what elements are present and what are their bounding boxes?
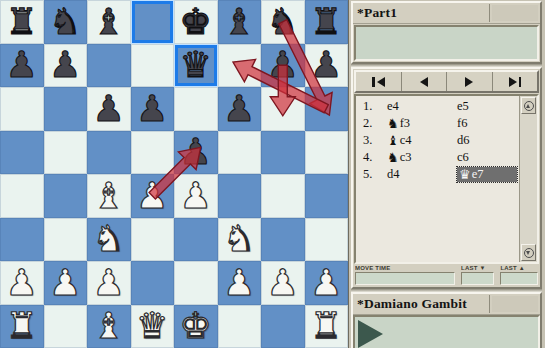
black-pawn[interactable]: ♟ <box>180 134 212 170</box>
square-e5[interactable]: ♟ <box>174 131 218 175</box>
white-pawn[interactable]: ♟ <box>6 265 38 301</box>
black-move-selected[interactable]: ♛e7 <box>457 167 517 182</box>
square-d3[interactable] <box>131 218 175 262</box>
square-d6[interactable]: ♟ <box>131 87 175 131</box>
square-b4[interactable] <box>44 174 88 218</box>
black-queen[interactable]: ♛ <box>180 47 212 83</box>
square-a1[interactable]: ♜ <box>0 305 44 348</box>
move-number: 1. <box>356 99 387 114</box>
square-f3[interactable]: ♞ <box>218 218 262 262</box>
square-e3[interactable] <box>174 218 218 262</box>
black-pawn[interactable]: ♟ <box>223 91 255 127</box>
square-c7[interactable] <box>87 44 131 88</box>
prev-move-button[interactable] <box>402 72 448 91</box>
square-b5[interactable] <box>44 131 88 175</box>
black-move[interactable]: d6 <box>457 133 518 148</box>
square-e4[interactable]: ♟ <box>174 174 218 218</box>
white-move[interactable]: e4 <box>387 99 457 114</box>
opening-group: *Damiano Gambit <box>351 292 542 348</box>
square-b2[interactable]: ♟ <box>44 261 88 305</box>
square-b6[interactable] <box>44 87 88 131</box>
move-time-value[interactable] <box>355 272 455 285</box>
square-a8[interactable]: ♜ <box>0 0 44 44</box>
move-number: 3. <box>356 133 387 148</box>
white-knight[interactable]: ♞ <box>223 221 255 257</box>
square-e1[interactable]: ♚ <box>174 305 218 348</box>
black-rook[interactable]: ♜ <box>6 4 38 40</box>
square-c4[interactable]: ♝ <box>87 174 131 218</box>
scroll-up-icon <box>524 101 534 111</box>
square-a3[interactable] <box>0 218 44 262</box>
black-pawn[interactable]: ♟ <box>6 47 38 83</box>
square-g8[interactable]: ♞ <box>261 0 305 44</box>
move-row-5: 5.d4♛e7 <box>356 166 519 183</box>
square-g5[interactable] <box>261 131 305 175</box>
square-c6[interactable]: ♟ <box>87 87 131 131</box>
white-move[interactable]: ♝c4 <box>387 133 457 148</box>
move-time-field: MOVE TIME <box>355 265 455 285</box>
square-e2[interactable] <box>174 261 218 305</box>
white-pawn[interactable]: ♟ <box>93 265 125 301</box>
scroll-up-button[interactable] <box>521 97 536 114</box>
white-pawn[interactable]: ♟ <box>223 265 255 301</box>
black-knight[interactable]: ♞ <box>267 4 299 40</box>
black-knight[interactable]: ♞ <box>49 4 81 40</box>
square-h7[interactable]: ♟ <box>305 44 349 88</box>
square-f7[interactable] <box>218 44 262 88</box>
square-c3[interactable]: ♞ <box>87 218 131 262</box>
black-bishop[interactable]: ♝ <box>93 4 125 40</box>
square-g2[interactable]: ♟ <box>261 261 305 305</box>
square-f6[interactable]: ♟ <box>218 87 262 131</box>
square-d5[interactable] <box>131 131 175 175</box>
black-move[interactable]: f6 <box>457 116 518 131</box>
last-move-button[interactable] <box>493 72 538 91</box>
square-a4[interactable] <box>0 174 44 218</box>
last-black-field: LAST ▲ <box>500 265 538 285</box>
move-row-3: 3.♝c4d6 <box>356 132 519 149</box>
last-white-label: LAST ▼ <box>461 265 494 272</box>
square-a7[interactable]: ♟ <box>0 44 44 88</box>
square-b8[interactable]: ♞ <box>44 0 88 44</box>
square-h8[interactable]: ♜ <box>305 0 349 44</box>
square-f5[interactable] <box>218 131 262 175</box>
white-pawn[interactable]: ♟ <box>310 265 342 301</box>
square-g7[interactable]: ♟ <box>261 44 305 88</box>
square-c5[interactable] <box>87 131 131 175</box>
first-move-button[interactable] <box>356 72 402 91</box>
black-pawn[interactable]: ♟ <box>93 91 125 127</box>
move-row-1: 1.e4e5 <box>356 98 519 115</box>
move-number: 4. <box>356 150 387 165</box>
side-panel: *Part1 1.e4e52.♞f3f63.♝c4d64.♞c3c65.d4♛e… <box>348 0 545 348</box>
move-list: 1.e4e52.♞f3f63.♝c4d64.♞c3c65.d4♛e7 <box>354 94 539 264</box>
square-b1[interactable] <box>44 305 88 348</box>
white-bishop[interactable]: ♝ <box>93 178 125 214</box>
play-icon[interactable] <box>358 320 383 348</box>
black-rook[interactable]: ♜ <box>310 4 342 40</box>
part-notes-area[interactable] <box>354 25 539 61</box>
square-h3[interactable] <box>305 218 349 262</box>
white-knight[interactable]: ♞ <box>93 221 125 257</box>
move-rows: 1.e4e52.♞f3f63.♝c4d64.♞c3c65.d4♛e7 <box>356 96 519 262</box>
last-white-value[interactable] <box>461 272 494 285</box>
square-c2[interactable]: ♟ <box>87 261 131 305</box>
square-h4[interactable] <box>305 174 349 218</box>
move-list-scrollbar[interactable] <box>519 96 537 262</box>
square-g4[interactable] <box>261 174 305 218</box>
status-fields: MOVE TIME LAST ▼ LAST ▲ <box>355 265 538 285</box>
white-pawn[interactable]: ♟ <box>49 265 81 301</box>
opening-content-area[interactable] <box>353 315 540 348</box>
square-e6[interactable] <box>174 87 218 131</box>
white-move[interactable]: d4 <box>387 167 457 182</box>
black-pawn[interactable]: ♟ <box>136 91 168 127</box>
square-e7[interactable]: ♛ <box>174 44 218 88</box>
square-d1[interactable]: ♛ <box>131 305 175 348</box>
opening-titlebar-button[interactable] <box>492 296 538 312</box>
square-a2[interactable]: ♟ <box>0 261 44 305</box>
titlebar-divider <box>489 295 490 313</box>
move-row-2: 2.♞f3f6 <box>356 115 519 132</box>
white-bishop[interactable]: ♝ <box>93 308 125 344</box>
square-h1[interactable]: ♜ <box>305 305 349 348</box>
square-c8[interactable]: ♝ <box>87 0 131 44</box>
move-number: 2. <box>356 116 387 131</box>
square-d4[interactable]: ♟ <box>131 174 175 218</box>
move-time-label: MOVE TIME <box>355 265 455 272</box>
white-move[interactable]: ♞f3 <box>387 116 457 131</box>
square-d2[interactable] <box>131 261 175 305</box>
black-bishop[interactable]: ♝ <box>223 4 255 40</box>
part-title: *Part1 <box>353 5 397 21</box>
scrollbar-track[interactable] <box>520 115 537 243</box>
square-f8[interactable]: ♝ <box>218 0 262 44</box>
square-g3[interactable] <box>261 218 305 262</box>
next-move-button[interactable] <box>447 72 493 91</box>
black-king[interactable]: ♚ <box>180 4 212 40</box>
square-e8[interactable]: ♚ <box>174 0 218 44</box>
chess-app-window: ♜♞♝♚♝♞♜♟♟♛♟♟♟♟♟♟♝♟♟♞♞♟♟♟♟♟♟♜♝♛♚♜ *Part1 … <box>0 0 545 348</box>
square-h6[interactable] <box>305 87 349 131</box>
square-f4[interactable] <box>218 174 262 218</box>
square-d8[interactable] <box>131 0 175 44</box>
last-black-value[interactable] <box>500 272 538 285</box>
part-titlebar: *Part1 <box>353 3 540 24</box>
part-titlebar-button[interactable] <box>492 5 538 21</box>
square-a5[interactable] <box>0 131 44 175</box>
square-a6[interactable] <box>0 87 44 131</box>
white-move[interactable]: ♞c3 <box>387 150 457 165</box>
black-pawn[interactable]: ♟ <box>267 47 299 83</box>
black-pawn[interactable]: ♟ <box>49 47 81 83</box>
scroll-down-icon <box>524 248 534 258</box>
square-h2[interactable]: ♟ <box>305 261 349 305</box>
opening-titlebar: *Damiano Gambit <box>353 294 540 315</box>
square-g1[interactable] <box>261 305 305 348</box>
square-h5[interactable] <box>305 131 349 175</box>
white-pawn[interactable]: ♟ <box>136 178 168 214</box>
square-d7[interactable] <box>131 44 175 88</box>
white-pawn[interactable]: ♟ <box>267 265 299 301</box>
white-queen[interactable]: ♛ <box>136 308 168 344</box>
white-pawn[interactable]: ♟ <box>180 178 212 214</box>
part-group: *Part1 <box>351 1 542 64</box>
square-c1[interactable]: ♝ <box>87 305 131 348</box>
square-g6[interactable] <box>261 87 305 131</box>
last-white-field: LAST ▼ <box>461 265 494 285</box>
move-row-4: 4.♞c3c6 <box>356 149 519 166</box>
move-nav-bar <box>354 70 539 93</box>
scroll-down-button[interactable] <box>521 244 536 261</box>
opening-title: *Damiano Gambit <box>353 296 467 312</box>
last-black-label: LAST ▲ <box>500 265 538 272</box>
square-b7[interactable]: ♟ <box>44 44 88 88</box>
titlebar-divider <box>489 4 490 22</box>
white-rook[interactable]: ♜ <box>6 308 38 344</box>
black-pawn[interactable]: ♟ <box>310 47 342 83</box>
move-number: 5. <box>356 167 387 182</box>
moves-group: 1.e4e52.♞f3f63.♝c4d64.♞c3c65.d4♛e7 MOVE … <box>351 67 542 289</box>
white-king[interactable]: ♚ <box>180 308 212 344</box>
chess-board[interactable]: ♜♞♝♚♝♞♜♟♟♛♟♟♟♟♟♟♝♟♟♞♞♟♟♟♟♟♟♜♝♛♚♜ <box>0 0 348 348</box>
square-b3[interactable] <box>44 218 88 262</box>
black-move[interactable]: e5 <box>457 99 518 114</box>
black-move[interactable]: c6 <box>457 150 518 165</box>
square-f1[interactable] <box>218 305 262 348</box>
white-rook[interactable]: ♜ <box>310 308 342 344</box>
square-f2[interactable]: ♟ <box>218 261 262 305</box>
